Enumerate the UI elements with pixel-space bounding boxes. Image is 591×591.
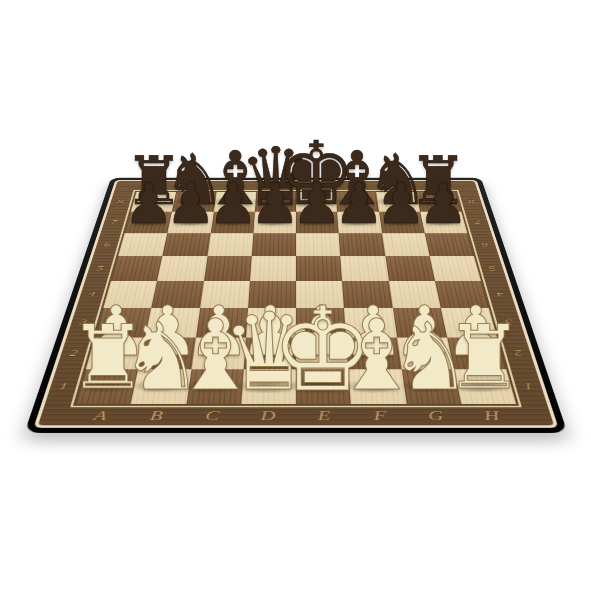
file-labels-bottom: ABCDEFGH: [70, 407, 523, 427]
square[interactable]: [248, 281, 296, 308]
square[interactable]: [337, 212, 381, 233]
square[interactable]: [151, 281, 203, 308]
file-label: A: [70, 407, 131, 427]
square[interactable]: [340, 256, 388, 281]
square[interactable]: [385, 256, 435, 281]
square[interactable]: [213, 192, 256, 212]
square[interactable]: [296, 192, 337, 212]
square[interactable]: [401, 369, 461, 404]
square[interactable]: [103, 281, 157, 308]
file-label: H: [413, 181, 455, 191]
square[interactable]: [76, 369, 139, 404]
square[interactable]: [424, 233, 473, 256]
square[interactable]: [349, 369, 407, 404]
square[interactable]: [255, 192, 296, 212]
file-label: C: [216, 181, 256, 191]
file-label: F: [335, 181, 375, 191]
square[interactable]: [336, 192, 379, 212]
file-label: E: [296, 181, 336, 191]
file-label: H: [462, 407, 523, 427]
square[interactable]: [435, 281, 489, 308]
square[interactable]: [296, 256, 342, 281]
square[interactable]: [200, 281, 250, 308]
square[interactable]: [138, 337, 195, 369]
square[interactable]: [131, 192, 177, 212]
square[interactable]: [250, 256, 296, 281]
square[interactable]: [296, 337, 349, 369]
file-label: E: [296, 407, 353, 427]
square[interactable]: [252, 233, 296, 256]
square[interactable]: [195, 308, 247, 337]
file-labels-top: ABCDEFGH: [137, 181, 455, 191]
square[interactable]: [168, 212, 214, 233]
file-label: D: [256, 181, 296, 191]
square[interactable]: [346, 337, 401, 369]
square[interactable]: [253, 212, 296, 233]
square[interactable]: [296, 369, 351, 404]
square[interactable]: [111, 256, 163, 281]
square[interactable]: [429, 256, 481, 281]
square[interactable]: [172, 192, 216, 212]
file-label: F: [351, 407, 409, 427]
square[interactable]: [344, 308, 396, 337]
square[interactable]: [118, 233, 167, 256]
square[interactable]: [420, 212, 467, 233]
square[interactable]: [243, 337, 296, 369]
file-label: B: [126, 407, 185, 427]
square[interactable]: [379, 212, 425, 233]
board-grid: [76, 192, 516, 404]
square[interactable]: [191, 337, 246, 369]
square[interactable]: [392, 308, 446, 337]
square[interactable]: [454, 369, 517, 404]
square[interactable]: [447, 337, 506, 369]
file-label: A: [137, 181, 179, 191]
square[interactable]: [131, 369, 191, 404]
file-label: G: [406, 407, 465, 427]
square[interactable]: [157, 256, 207, 281]
square[interactable]: [186, 369, 244, 404]
square[interactable]: [210, 212, 254, 233]
square[interactable]: [376, 192, 420, 212]
square[interactable]: [296, 212, 339, 233]
square[interactable]: [389, 281, 441, 308]
square[interactable]: [339, 233, 385, 256]
square[interactable]: [416, 192, 462, 212]
square[interactable]: [86, 337, 145, 369]
square[interactable]: [382, 233, 430, 256]
square[interactable]: [125, 212, 172, 233]
square[interactable]: [342, 281, 392, 308]
square[interactable]: [441, 308, 498, 337]
square[interactable]: [95, 308, 152, 337]
square[interactable]: [296, 233, 340, 256]
square[interactable]: [296, 281, 344, 308]
file-label: C: [183, 407, 241, 427]
chessboard: ABCDEFGH ABCDEFGH 87654321 87654321: [24, 178, 567, 433]
square[interactable]: [397, 337, 454, 369]
square[interactable]: [296, 308, 346, 337]
square[interactable]: [163, 233, 211, 256]
square[interactable]: [207, 233, 253, 256]
square[interactable]: [145, 308, 199, 337]
file-label: B: [177, 181, 218, 191]
file-label: G: [374, 181, 415, 191]
square[interactable]: [246, 308, 296, 337]
square[interactable]: [241, 369, 296, 404]
file-label: D: [239, 407, 296, 427]
product-photo: ABCDEFGH ABCDEFGH 87654321 87654321 ♜♞♝♛…: [0, 0, 591, 591]
square[interactable]: [204, 256, 252, 281]
